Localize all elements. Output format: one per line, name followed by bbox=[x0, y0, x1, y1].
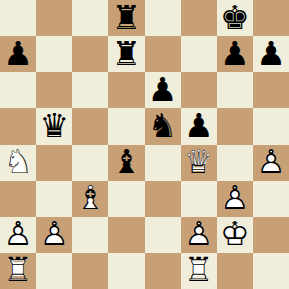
square-e1[interactable] bbox=[145, 253, 181, 289]
pawn-glyph: ♟ bbox=[0, 36, 36, 72]
square-g1[interactable] bbox=[217, 253, 253, 289]
piece-black-queen[interactable]: ♛ bbox=[36, 108, 72, 144]
square-f2[interactable]: ♟♙ bbox=[181, 217, 217, 253]
square-g5[interactable] bbox=[217, 108, 253, 144]
piece-white-king[interactable]: ♚♔ bbox=[217, 217, 253, 253]
piece-white-pawn[interactable]: ♟♙ bbox=[0, 217, 36, 253]
square-h7[interactable]: ♟ bbox=[253, 36, 289, 72]
square-c6[interactable] bbox=[72, 72, 108, 108]
square-c3[interactable]: ♝♗ bbox=[72, 181, 108, 217]
piece-black-king[interactable]: ♚ bbox=[217, 0, 253, 36]
square-c8[interactable] bbox=[72, 0, 108, 36]
rook-glyph: ♜ bbox=[108, 36, 144, 72]
square-d3[interactable] bbox=[108, 181, 144, 217]
piece-black-pawn[interactable]: ♟ bbox=[217, 36, 253, 72]
queen-glyph: ♛ bbox=[36, 108, 72, 144]
piece-black-knight[interactable]: ♞ bbox=[145, 108, 181, 144]
square-g6[interactable] bbox=[217, 72, 253, 108]
square-g7[interactable]: ♟ bbox=[217, 36, 253, 72]
square-h6[interactable] bbox=[253, 72, 289, 108]
square-e3[interactable] bbox=[145, 181, 181, 217]
square-a3[interactable] bbox=[0, 181, 36, 217]
square-g8[interactable]: ♚ bbox=[217, 0, 253, 36]
square-f7[interactable] bbox=[181, 36, 217, 72]
square-a8[interactable] bbox=[0, 0, 36, 36]
square-h4[interactable]: ♟♙ bbox=[253, 145, 289, 181]
chess-board: ♜♚♟♜♟♟♟♛♞♟♞♘♝♛♕♟♙♝♗♟♙♟♙♟♙♟♙♚♔♜♖♜♖ bbox=[0, 0, 289, 289]
square-a7[interactable]: ♟ bbox=[0, 36, 36, 72]
square-g2[interactable]: ♚♔ bbox=[217, 217, 253, 253]
square-b5[interactable]: ♛ bbox=[36, 108, 72, 144]
square-a4[interactable]: ♞♘ bbox=[0, 145, 36, 181]
square-c1[interactable] bbox=[72, 253, 108, 289]
pawn-glyph: ♟ bbox=[145, 72, 181, 108]
square-e5[interactable]: ♞ bbox=[145, 108, 181, 144]
piece-white-knight[interactable]: ♞♘ bbox=[0, 145, 36, 181]
square-c7[interactable] bbox=[72, 36, 108, 72]
square-a2[interactable]: ♟♙ bbox=[0, 217, 36, 253]
square-b2[interactable]: ♟♙ bbox=[36, 217, 72, 253]
square-e2[interactable] bbox=[145, 217, 181, 253]
piece-white-pawn[interactable]: ♟♙ bbox=[36, 217, 72, 253]
square-d2[interactable] bbox=[108, 217, 144, 253]
square-b6[interactable] bbox=[36, 72, 72, 108]
pawn-glyph: ♟ bbox=[181, 108, 217, 144]
piece-white-rook[interactable]: ♜♖ bbox=[181, 253, 217, 289]
square-b3[interactable] bbox=[36, 181, 72, 217]
square-d5[interactable] bbox=[108, 108, 144, 144]
square-c4[interactable] bbox=[72, 145, 108, 181]
rook-outline: ♖ bbox=[181, 253, 217, 289]
rook-glyph: ♜ bbox=[108, 0, 144, 36]
piece-black-pawn[interactable]: ♟ bbox=[145, 72, 181, 108]
piece-black-pawn[interactable]: ♟ bbox=[181, 108, 217, 144]
piece-white-pawn[interactable]: ♟♙ bbox=[181, 217, 217, 253]
square-d6[interactable] bbox=[108, 72, 144, 108]
square-a6[interactable] bbox=[0, 72, 36, 108]
knight-glyph: ♞ bbox=[145, 108, 181, 144]
piece-black-rook[interactable]: ♜ bbox=[108, 36, 144, 72]
square-d4[interactable]: ♝ bbox=[108, 145, 144, 181]
pawn-outline: ♙ bbox=[36, 217, 72, 253]
square-b1[interactable] bbox=[36, 253, 72, 289]
piece-white-pawn[interactable]: ♟♙ bbox=[253, 145, 289, 181]
square-a1[interactable]: ♜♖ bbox=[0, 253, 36, 289]
pawn-outline: ♙ bbox=[253, 145, 289, 181]
square-c5[interactable] bbox=[72, 108, 108, 144]
piece-black-rook[interactable]: ♜ bbox=[108, 0, 144, 36]
square-c2[interactable] bbox=[72, 217, 108, 253]
square-f4[interactable]: ♛♕ bbox=[181, 145, 217, 181]
square-f3[interactable] bbox=[181, 181, 217, 217]
square-e6[interactable]: ♟ bbox=[145, 72, 181, 108]
square-f6[interactable] bbox=[181, 72, 217, 108]
pawn-glyph: ♟ bbox=[253, 36, 289, 72]
square-g3[interactable]: ♟♙ bbox=[217, 181, 253, 217]
piece-white-rook[interactable]: ♜♖ bbox=[0, 253, 36, 289]
piece-white-queen[interactable]: ♛♕ bbox=[181, 145, 217, 181]
square-f5[interactable]: ♟ bbox=[181, 108, 217, 144]
square-e7[interactable] bbox=[145, 36, 181, 72]
piece-black-bishop[interactable]: ♝ bbox=[108, 145, 144, 181]
square-d7[interactable]: ♜ bbox=[108, 36, 144, 72]
square-f8[interactable] bbox=[181, 0, 217, 36]
rook-outline: ♖ bbox=[0, 253, 36, 289]
square-d8[interactable]: ♜ bbox=[108, 0, 144, 36]
square-h3[interactable] bbox=[253, 181, 289, 217]
square-b4[interactable] bbox=[36, 145, 72, 181]
square-b7[interactable] bbox=[36, 36, 72, 72]
piece-white-bishop[interactable]: ♝♗ bbox=[72, 181, 108, 217]
pawn-outline: ♙ bbox=[0, 217, 36, 253]
square-h5[interactable] bbox=[253, 108, 289, 144]
queen-outline: ♕ bbox=[181, 145, 217, 181]
square-h8[interactable] bbox=[253, 0, 289, 36]
square-a5[interactable] bbox=[0, 108, 36, 144]
bishop-outline: ♗ bbox=[72, 181, 108, 217]
knight-outline: ♘ bbox=[0, 145, 36, 181]
square-h2[interactable] bbox=[253, 217, 289, 253]
square-e4[interactable] bbox=[145, 145, 181, 181]
square-e8[interactable] bbox=[145, 0, 181, 36]
piece-black-pawn[interactable]: ♟ bbox=[0, 36, 36, 72]
king-glyph: ♚ bbox=[217, 0, 253, 36]
square-b8[interactable] bbox=[36, 0, 72, 36]
king-outline: ♔ bbox=[217, 217, 253, 253]
pawn-outline: ♙ bbox=[217, 181, 253, 217]
piece-black-pawn[interactable]: ♟ bbox=[253, 36, 289, 72]
square-g4[interactable] bbox=[217, 145, 253, 181]
pawn-glyph: ♟ bbox=[217, 36, 253, 72]
pawn-outline: ♙ bbox=[181, 217, 217, 253]
bishop-glyph: ♝ bbox=[108, 145, 144, 181]
square-f1[interactable]: ♜♖ bbox=[181, 253, 217, 289]
piece-white-pawn[interactable]: ♟♙ bbox=[217, 181, 253, 217]
square-h1[interactable] bbox=[253, 253, 289, 289]
square-d1[interactable] bbox=[108, 253, 144, 289]
